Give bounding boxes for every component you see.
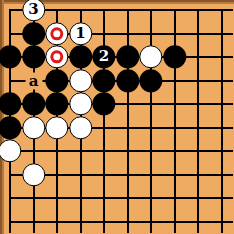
board-point: [186, 45, 210, 69]
board-point: [116, 139, 140, 163]
grid-vline: [33, 139, 35, 163]
grid-vline: [150, 92, 152, 116]
board-point: [186, 186, 210, 210]
board-point: [22, 22, 46, 46]
board-point: [92, 0, 116, 22]
grid-vline: [103, 163, 105, 187]
board-point: [22, 139, 46, 163]
board-point: [116, 22, 140, 46]
board-point: [69, 0, 93, 22]
board-point: [116, 116, 140, 140]
board-point: [116, 92, 140, 116]
black-stone: [22, 22, 45, 45]
board-point: [186, 163, 210, 187]
grid-vline: [127, 22, 129, 46]
board-point: [186, 210, 210, 234]
grid-vline: [9, 22, 11, 46]
board-point: [45, 210, 69, 234]
board-point: [69, 92, 93, 116]
black-stone: [45, 92, 68, 115]
grid-vline: [103, 210, 105, 234]
board-point: [92, 92, 116, 116]
grid-vline: [150, 163, 152, 187]
white-stone: [139, 45, 162, 68]
board-point: [186, 116, 210, 140]
board-point: [22, 210, 46, 234]
grid-vline: [221, 45, 223, 69]
grid-vline: [150, 186, 152, 210]
board-point: [45, 22, 69, 46]
board-point: [45, 45, 69, 69]
grid-vline: [80, 163, 82, 187]
grid-vline: [197, 22, 199, 46]
grid-vline: [221, 92, 223, 116]
board-point: [210, 69, 234, 93]
board-point: [163, 139, 187, 163]
board-point: 1: [69, 22, 93, 46]
board-point: [139, 139, 163, 163]
board-point: [45, 186, 69, 210]
board-point: [163, 210, 187, 234]
black-stone: [163, 45, 186, 68]
board-point: [69, 139, 93, 163]
board-point: [45, 163, 69, 187]
board-point: [69, 210, 93, 234]
board-point: [22, 92, 46, 116]
board-point: [210, 22, 234, 46]
grid-vline: [127, 210, 129, 234]
board-point: [139, 116, 163, 140]
board-point: [210, 186, 234, 210]
board-point: [69, 163, 93, 187]
board-point: [116, 163, 140, 187]
white-stone: [22, 163, 45, 186]
board-point: [186, 139, 210, 163]
board-point: [139, 163, 163, 187]
board-point: [0, 45, 22, 69]
grid-vline: [127, 9, 129, 22]
board-point: [116, 186, 140, 210]
grid-vline: [197, 210, 199, 234]
grid-vline: [221, 139, 223, 163]
grid-vline: [174, 22, 176, 46]
board-point: [210, 45, 234, 69]
board-point: [0, 69, 22, 93]
board-point: [92, 210, 116, 234]
board-point: [210, 210, 234, 234]
board-point: 2: [92, 45, 116, 69]
board-point: [186, 92, 210, 116]
grid-vline: [221, 163, 223, 187]
grid-vline: [174, 210, 176, 234]
grid-vline: [174, 163, 176, 187]
board-point: [69, 186, 93, 210]
board-point: [163, 22, 187, 46]
board-point: [92, 69, 116, 93]
grid-vline: [197, 163, 199, 187]
board-point: [163, 186, 187, 210]
grid-vline: [197, 186, 199, 210]
board-point: 3: [22, 0, 46, 22]
board-point: [139, 210, 163, 234]
black-stone: [92, 69, 115, 92]
grid-vline: [103, 139, 105, 163]
board-point: [116, 0, 140, 22]
grid-vline: [221, 9, 223, 22]
goban-grid: 312a: [0, 0, 233, 233]
grid-vline: [174, 69, 176, 93]
board-point: [186, 69, 210, 93]
board-point: [92, 163, 116, 187]
grid-vline: [150, 9, 152, 22]
board-point: [139, 186, 163, 210]
white-stone: [0, 139, 22, 162]
board-point: [0, 163, 22, 187]
board-point: [139, 92, 163, 116]
board-point: [116, 69, 140, 93]
grid-vline: [221, 116, 223, 140]
black-stone: [45, 69, 68, 92]
red-circle-mark-icon: [50, 27, 63, 40]
black-stone: 2: [92, 45, 115, 68]
grid-vline: [221, 22, 223, 46]
grid-vline: [103, 22, 105, 46]
board-point: [0, 210, 22, 234]
board-point: [163, 92, 187, 116]
black-stone: [22, 92, 45, 115]
grid-vline: [221, 210, 223, 234]
black-stone: [92, 92, 115, 115]
board-point: [163, 69, 187, 93]
grid-vline: [9, 9, 11, 22]
white-stone-marked: [45, 22, 68, 45]
board-point: [163, 116, 187, 140]
white-stone: [69, 116, 92, 139]
board-point: [22, 116, 46, 140]
board-point: [139, 45, 163, 69]
grid-vline: [197, 9, 199, 22]
board-point: [210, 139, 234, 163]
board-point: [92, 116, 116, 140]
white-stone: [69, 92, 92, 115]
board-point: a: [22, 69, 46, 93]
grid-vline: [127, 139, 129, 163]
grid-vline: [150, 210, 152, 234]
grid-vline: [127, 116, 129, 140]
point-label-a: a: [25, 72, 42, 89]
grid-vline: [33, 210, 35, 234]
grid-vline: [174, 186, 176, 210]
white-stone-marked: [45, 45, 68, 68]
grid-vline: [80, 210, 82, 234]
grid-vline: [174, 92, 176, 116]
black-stone: [22, 45, 45, 68]
grid-vline: [103, 9, 105, 22]
board-point: [186, 0, 210, 22]
grid-vline: [9, 210, 11, 234]
black-stone: [0, 92, 22, 115]
board-point: [163, 0, 187, 22]
black-stone: [0, 45, 22, 68]
grid-vline: [56, 163, 58, 187]
board-point: [0, 186, 22, 210]
grid-vline: [103, 186, 105, 210]
board-point: [69, 116, 93, 140]
grid-vline: [127, 163, 129, 187]
board-point: [0, 139, 22, 163]
board-point: [22, 186, 46, 210]
black-stone: [0, 116, 22, 139]
grid-vline: [150, 22, 152, 46]
grid-vline: [80, 9, 82, 22]
board-point: [69, 69, 93, 93]
board-point: [45, 139, 69, 163]
board-point: [69, 45, 93, 69]
board-point: [139, 0, 163, 22]
board-point: [163, 163, 187, 187]
grid-vline: [80, 186, 82, 210]
grid-vline: [197, 69, 199, 93]
grid-vline: [221, 186, 223, 210]
grid-vline: [56, 139, 58, 163]
grid-vline: [9, 69, 11, 93]
white-stone: [69, 69, 92, 92]
grid-vline: [150, 116, 152, 140]
board-point: [0, 116, 22, 140]
grid-vline: [197, 92, 199, 116]
grid-vline: [127, 92, 129, 116]
grid-vline: [174, 139, 176, 163]
white-stone: 1: [69, 22, 92, 45]
board-point: [139, 69, 163, 93]
grid-vline: [197, 139, 199, 163]
black-stone: [116, 45, 139, 68]
grid-vline: [174, 9, 176, 22]
grid-vline: [9, 163, 11, 187]
grid-vline: [150, 139, 152, 163]
board-point: [0, 92, 22, 116]
board-point: [45, 0, 69, 22]
grid-vline: [103, 116, 105, 140]
board-point: [0, 0, 22, 22]
board-point: [22, 45, 46, 69]
grid-vline: [9, 186, 11, 210]
grid-vline: [33, 186, 35, 210]
board-point: [92, 186, 116, 210]
white-stone: [45, 116, 68, 139]
grid-vline: [56, 9, 58, 22]
white-stone: 3: [22, 0, 45, 22]
board-point: [45, 116, 69, 140]
grid-vline: [221, 69, 223, 93]
board-point: [45, 69, 69, 93]
grid-vline: [127, 186, 129, 210]
board-point: [210, 0, 234, 22]
board-point: [92, 22, 116, 46]
board-point: [45, 92, 69, 116]
grid-vline: [56, 210, 58, 234]
board-point: [0, 22, 22, 46]
grid-vline: [197, 116, 199, 140]
grid-vline: [197, 45, 199, 69]
board-point: [92, 139, 116, 163]
black-stone: [139, 69, 162, 92]
white-stone: [22, 116, 45, 139]
board-point: [116, 210, 140, 234]
grid-vline: [80, 139, 82, 163]
go-board-diagram: 312a: [0, 0, 234, 234]
board-point: [139, 22, 163, 46]
board-point: [210, 92, 234, 116]
board-point: [210, 116, 234, 140]
board-point: [163, 45, 187, 69]
board-point: [22, 163, 46, 187]
board-point: [186, 22, 210, 46]
grid-vline: [174, 116, 176, 140]
board-point: [210, 163, 234, 187]
black-stone: [116, 69, 139, 92]
black-stone: [69, 45, 92, 68]
red-circle-mark-icon: [50, 50, 63, 63]
grid-vline: [56, 186, 58, 210]
board-point: [116, 45, 140, 69]
